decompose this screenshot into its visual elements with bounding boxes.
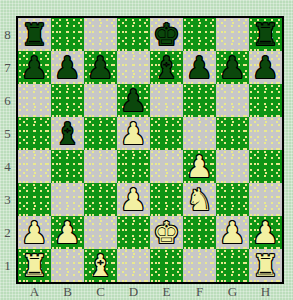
square-f5[interactable] xyxy=(183,117,216,150)
piece-white-rook[interactable]: ♜ xyxy=(252,251,279,281)
square-b1[interactable] xyxy=(51,249,84,282)
square-d7[interactable] xyxy=(117,51,150,84)
square-d3[interactable]: ♟ xyxy=(117,183,150,216)
file-label-a: A xyxy=(18,284,51,300)
square-a4[interactable] xyxy=(18,150,51,183)
square-b2[interactable]: ♟ xyxy=(51,216,84,249)
square-c7[interactable]: ♟ xyxy=(84,51,117,84)
rank-label-6: 6 xyxy=(0,84,15,117)
piece-black-bishop[interactable]: ♝ xyxy=(153,53,180,83)
rank-label-7: 7 xyxy=(0,51,15,84)
square-f3[interactable]: ♞ xyxy=(183,183,216,216)
square-d4[interactable] xyxy=(117,150,150,183)
piece-black-pawn[interactable]: ♟ xyxy=(54,53,81,83)
rank-label-2: 2 xyxy=(0,216,15,249)
square-g5[interactable] xyxy=(216,117,249,150)
piece-black-pawn[interactable]: ♟ xyxy=(252,53,279,83)
piece-black-bishop[interactable]: ♝ xyxy=(54,119,81,149)
square-d6[interactable]: ♟ xyxy=(117,84,150,117)
file-label-g: G xyxy=(216,284,249,300)
square-f8[interactable] xyxy=(183,18,216,51)
piece-white-knight[interactable]: ♞ xyxy=(186,185,213,215)
square-g8[interactable] xyxy=(216,18,249,51)
file-labels: ABCDEFGH xyxy=(18,284,282,299)
file-label-f: F xyxy=(183,284,216,300)
square-c2[interactable] xyxy=(84,216,117,249)
file-label-b: B xyxy=(51,284,84,300)
square-h1[interactable]: ♜ xyxy=(249,249,282,282)
piece-white-pawn[interactable]: ♟ xyxy=(120,185,147,215)
square-a8[interactable]: ♜ xyxy=(18,18,51,51)
square-c3[interactable] xyxy=(84,183,117,216)
chess-board: ♜♚♜♟♟♟♝♟♟♟♟♝♟♟♟♞♟♟♚♟♟♜♝♜ xyxy=(16,16,284,284)
square-e1[interactable] xyxy=(150,249,183,282)
file-label-h: H xyxy=(249,284,282,300)
file-label-e: E xyxy=(150,284,183,300)
square-h3[interactable] xyxy=(249,183,282,216)
square-c5[interactable] xyxy=(84,117,117,150)
square-b3[interactable] xyxy=(51,183,84,216)
piece-black-pawn[interactable]: ♟ xyxy=(21,53,48,83)
square-f1[interactable] xyxy=(183,249,216,282)
square-a2[interactable]: ♟ xyxy=(18,216,51,249)
square-f4[interactable]: ♟ xyxy=(183,150,216,183)
square-c8[interactable] xyxy=(84,18,117,51)
file-label-d: D xyxy=(117,284,150,300)
square-b5[interactable]: ♝ xyxy=(51,117,84,150)
piece-white-rook[interactable]: ♜ xyxy=(21,251,48,281)
square-h4[interactable] xyxy=(249,150,282,183)
piece-white-pawn[interactable]: ♟ xyxy=(21,218,48,248)
rank-labels: 87654321 xyxy=(0,18,15,282)
rank-label-3: 3 xyxy=(0,183,15,216)
square-f7[interactable]: ♟ xyxy=(183,51,216,84)
square-a1[interactable]: ♜ xyxy=(18,249,51,282)
square-h6[interactable] xyxy=(249,84,282,117)
piece-black-king[interactable]: ♚ xyxy=(153,20,180,50)
piece-white-pawn[interactable]: ♟ xyxy=(252,218,279,248)
piece-black-pawn[interactable]: ♟ xyxy=(87,53,114,83)
piece-white-pawn[interactable]: ♟ xyxy=(54,218,81,248)
square-h7[interactable]: ♟ xyxy=(249,51,282,84)
square-g4[interactable] xyxy=(216,150,249,183)
file-label-c: C xyxy=(84,284,117,300)
square-g1[interactable] xyxy=(216,249,249,282)
square-f6[interactable] xyxy=(183,84,216,117)
piece-white-pawn[interactable]: ♟ xyxy=(120,119,147,149)
rank-label-1: 1 xyxy=(0,249,15,282)
rank-label-4: 4 xyxy=(0,150,15,183)
square-h2[interactable]: ♟ xyxy=(249,216,282,249)
square-a7[interactable]: ♟ xyxy=(18,51,51,84)
square-d8[interactable] xyxy=(117,18,150,51)
square-e3[interactable] xyxy=(150,183,183,216)
square-e4[interactable] xyxy=(150,150,183,183)
piece-black-rook[interactable]: ♜ xyxy=(21,20,48,50)
square-e7[interactable]: ♝ xyxy=(150,51,183,84)
square-a5[interactable] xyxy=(18,117,51,150)
square-g3[interactable] xyxy=(216,183,249,216)
square-e5[interactable] xyxy=(150,117,183,150)
square-e8[interactable]: ♚ xyxy=(150,18,183,51)
square-b4[interactable] xyxy=(51,150,84,183)
square-e6[interactable] xyxy=(150,84,183,117)
piece-black-pawn[interactable]: ♟ xyxy=(219,53,246,83)
piece-white-pawn[interactable]: ♟ xyxy=(219,218,246,248)
square-g7[interactable]: ♟ xyxy=(216,51,249,84)
square-h5[interactable] xyxy=(249,117,282,150)
square-e2[interactable]: ♚ xyxy=(150,216,183,249)
square-d5[interactable]: ♟ xyxy=(117,117,150,150)
square-b8[interactable] xyxy=(51,18,84,51)
square-g2[interactable]: ♟ xyxy=(216,216,249,249)
square-h8[interactable]: ♜ xyxy=(249,18,282,51)
square-b7[interactable]: ♟ xyxy=(51,51,84,84)
piece-black-rook[interactable]: ♜ xyxy=(252,20,279,50)
square-c1[interactable]: ♝ xyxy=(84,249,117,282)
board-background: 87654321 ♜♚♜♟♟♟♝♟♟♟♟♝♟♟♟♞♟♟♚♟♟♜♝♜ ABCDEF… xyxy=(0,0,293,300)
square-d2[interactable] xyxy=(117,216,150,249)
square-a3[interactable] xyxy=(18,183,51,216)
piece-black-pawn[interactable]: ♟ xyxy=(120,86,147,116)
piece-black-pawn[interactable]: ♟ xyxy=(186,53,213,83)
rank-label-8: 8 xyxy=(0,18,15,51)
square-a6[interactable] xyxy=(18,84,51,117)
square-g6[interactable] xyxy=(216,84,249,117)
square-f2[interactable] xyxy=(183,216,216,249)
square-c4[interactable] xyxy=(84,150,117,183)
piece-white-bishop[interactable]: ♝ xyxy=(87,251,114,281)
piece-white-pawn[interactable]: ♟ xyxy=(186,152,213,182)
square-d1[interactable] xyxy=(117,249,150,282)
piece-white-king[interactable]: ♚ xyxy=(153,218,180,248)
rank-label-5: 5 xyxy=(0,117,15,150)
square-c6[interactable] xyxy=(84,84,117,117)
square-b6[interactable] xyxy=(51,84,84,117)
